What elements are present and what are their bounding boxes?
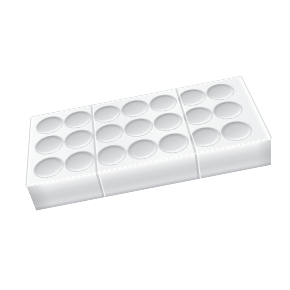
cavity [127,137,158,160]
pit-r3c2 [64,147,96,176]
perspective-scene [0,0,290,290]
pit-r3c3 [95,141,129,170]
cavity [34,155,62,179]
cavity [66,149,95,173]
pit-r3c7 [217,117,257,144]
cavity [219,119,254,142]
pit-r3c4 [125,135,161,163]
product-photo [0,0,290,290]
front-face-seam-left [96,173,105,197]
cavity [158,131,190,154]
cavity [96,143,126,167]
pit-r3c1 [32,153,64,182]
board [25,76,272,187]
front-face-seam-right [195,154,200,179]
camera-roll [0,0,290,290]
